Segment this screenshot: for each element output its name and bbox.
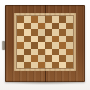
square-c2[interactable] <box>31 55 38 62</box>
square-a4[interactable] <box>17 42 24 49</box>
square-h6[interactable] <box>66 29 73 36</box>
square-d4[interactable] <box>38 42 45 49</box>
square-b6[interactable] <box>24 29 31 36</box>
photo-background <box>0 0 90 90</box>
square-f2[interactable] <box>52 55 59 62</box>
square-f1[interactable] <box>52 62 59 69</box>
square-b1[interactable] <box>24 62 31 69</box>
hinge-seam-top <box>45 5 46 13</box>
square-c4[interactable] <box>31 42 38 49</box>
square-d1[interactable] <box>38 62 45 69</box>
square-g4[interactable] <box>59 42 66 49</box>
square-c1[interactable] <box>31 62 38 69</box>
square-c8[interactable] <box>31 16 38 23</box>
chess-board <box>5 5 85 82</box>
square-h1[interactable] <box>66 62 73 69</box>
square-a7[interactable] <box>17 23 24 30</box>
square-g1[interactable] <box>59 62 66 69</box>
square-h8[interactable] <box>66 16 73 23</box>
clasp-latch-icon <box>2 41 5 50</box>
square-a1[interactable] <box>17 62 24 69</box>
square-f7[interactable] <box>52 23 59 30</box>
square-f5[interactable] <box>52 36 59 43</box>
square-e1[interactable] <box>45 62 52 69</box>
square-a2[interactable] <box>17 55 24 62</box>
hinge-seam-bottom <box>45 71 46 82</box>
hinge-seam-middle <box>45 13 46 71</box>
square-h2[interactable] <box>66 55 73 62</box>
square-g8[interactable] <box>59 16 66 23</box>
square-e6[interactable] <box>45 29 52 36</box>
square-e3[interactable] <box>45 49 52 56</box>
square-b3[interactable] <box>24 49 31 56</box>
